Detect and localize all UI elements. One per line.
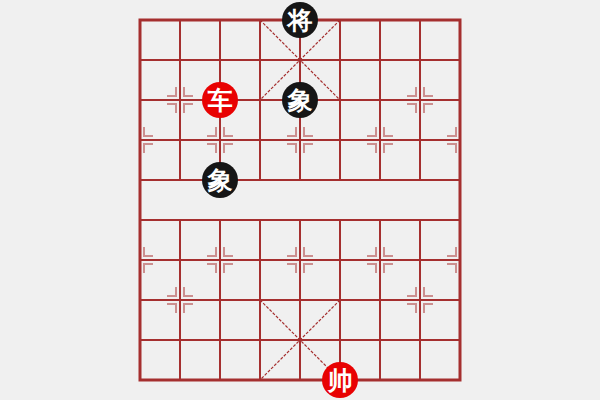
piece-black-elephant[interactable]: 象 [202,162,238,198]
piece-black-general[interactable]: 将 [282,2,318,38]
piece-red-general[interactable]: 帅 [322,362,358,398]
piece-red-chariot[interactable]: 车 [202,82,238,118]
app-background: 将车象象帅 [0,0,600,400]
piece-black-elephant[interactable]: 象 [282,82,318,118]
piece-grid: 将车象象帅 [120,0,480,400]
